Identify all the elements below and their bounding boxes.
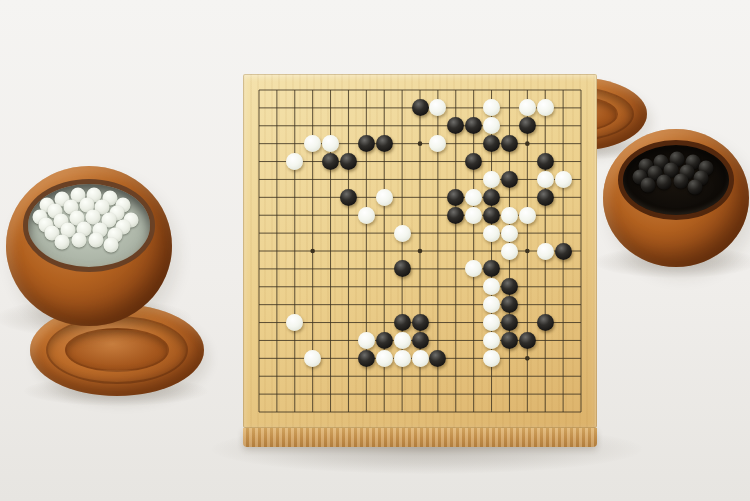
- black-stone-bowl: [603, 129, 749, 267]
- black-stone-in-bowl: [657, 175, 672, 190]
- white-stone[interactable]: [483, 332, 500, 349]
- black-stone[interactable]: [519, 332, 536, 349]
- white-stone[interactable]: [537, 99, 554, 116]
- tabletop-scene: [0, 0, 750, 501]
- black-stone[interactable]: [412, 332, 429, 349]
- black-stone[interactable]: [340, 153, 357, 170]
- black-stone[interactable]: [412, 314, 429, 331]
- star-point: [525, 356, 530, 361]
- star-point: [418, 249, 423, 254]
- white-stone[interactable]: [465, 189, 482, 206]
- black-stone[interactable]: [537, 153, 554, 170]
- black-stone[interactable]: [394, 260, 411, 277]
- black-stone[interactable]: [394, 314, 411, 331]
- star-point: [310, 249, 315, 254]
- black-bowl-opening: [618, 140, 735, 220]
- go-board[interactable]: [243, 74, 597, 428]
- black-stone[interactable]: [501, 314, 518, 331]
- black-stone[interactable]: [376, 135, 393, 152]
- white-bowl-opening: [23, 179, 156, 272]
- white-stone[interactable]: [501, 207, 518, 224]
- white-stone[interactable]: [304, 350, 321, 367]
- white-stone[interactable]: [376, 350, 393, 367]
- white-stone-in-bowl: [89, 233, 104, 248]
- black-stone[interactable]: [376, 332, 393, 349]
- black-stone[interactable]: [501, 296, 518, 313]
- star-point: [525, 249, 530, 254]
- black-stone-in-bowl: [688, 180, 703, 195]
- white-stone[interactable]: [483, 350, 500, 367]
- black-stone[interactable]: [447, 207, 464, 224]
- white-stone[interactable]: [465, 207, 482, 224]
- black-stone[interactable]: [501, 332, 518, 349]
- white-stone[interactable]: [394, 350, 411, 367]
- black-stone[interactable]: [483, 207, 500, 224]
- black-stone[interactable]: [358, 350, 375, 367]
- black-stone[interactable]: [537, 189, 554, 206]
- white-stone[interactable]: [394, 332, 411, 349]
- black-stone[interactable]: [483, 189, 500, 206]
- white-stone-bowl: [6, 166, 172, 326]
- white-stone[interactable]: [358, 207, 375, 224]
- black-stone[interactable]: [412, 99, 429, 116]
- white-stone-in-bowl: [54, 234, 69, 249]
- black-stone-in-bowl: [641, 177, 656, 192]
- black-stone[interactable]: [519, 117, 536, 134]
- white-stone-in-bowl: [104, 238, 119, 253]
- star-point: [418, 141, 423, 146]
- board-surface[interactable]: [243, 74, 597, 428]
- white-stone[interactable]: [358, 332, 375, 349]
- black-stone[interactable]: [501, 135, 518, 152]
- white-stone[interactable]: [483, 225, 500, 242]
- white-stone[interactable]: [376, 189, 393, 206]
- board-front-edge: [243, 428, 597, 447]
- black-stone[interactable]: [358, 135, 375, 152]
- black-stone[interactable]: [501, 171, 518, 188]
- black-stone[interactable]: [322, 153, 339, 170]
- black-stone[interactable]: [447, 189, 464, 206]
- white-stone[interactable]: [394, 225, 411, 242]
- white-stone[interactable]: [555, 171, 572, 188]
- star-point: [525, 141, 530, 146]
- white-stone[interactable]: [501, 243, 518, 260]
- white-stone[interactable]: [519, 207, 536, 224]
- black-stone[interactable]: [340, 189, 357, 206]
- black-stone[interactable]: [555, 243, 572, 260]
- black-stone-in-bowl: [674, 174, 689, 189]
- lid-recess: [65, 328, 169, 372]
- white-stone[interactable]: [412, 350, 429, 367]
- white-stone[interactable]: [537, 243, 554, 260]
- white-stone[interactable]: [483, 171, 500, 188]
- white-stone[interactable]: [483, 314, 500, 331]
- white-stone-in-bowl: [72, 233, 87, 248]
- white-stone[interactable]: [501, 225, 518, 242]
- white-stone[interactable]: [537, 171, 554, 188]
- black-stone[interactable]: [537, 314, 554, 331]
